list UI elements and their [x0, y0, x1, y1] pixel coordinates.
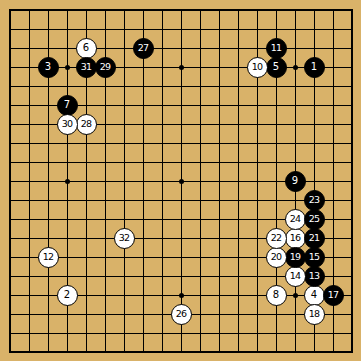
stone-white-26[interactable]: 26 [171, 304, 192, 325]
stone-black-7[interactable]: 7 [57, 95, 78, 116]
stone-black-3[interactable]: 3 [38, 57, 59, 78]
stone-white-16[interactable]: 16 [285, 228, 306, 249]
stone-white-4[interactable]: 4 [304, 285, 325, 306]
stone-black-17[interactable]: 17 [323, 285, 344, 306]
stone-white-8[interactable]: 8 [266, 285, 287, 306]
stone-black-23[interactable]: 23 [304, 190, 325, 211]
go-diagram: 1234567891011121314151617181920212223242… [0, 0, 361, 361]
stone-black-13[interactable]: 13 [304, 266, 325, 287]
stone-black-25[interactable]: 25 [304, 209, 325, 230]
stone-black-21[interactable]: 21 [304, 228, 325, 249]
stone-white-30[interactable]: 30 [57, 114, 78, 135]
stone-white-24[interactable]: 24 [285, 209, 306, 230]
stone-black-27[interactable]: 27 [133, 38, 154, 59]
stone-white-14[interactable]: 14 [285, 266, 306, 287]
stones-grid: 1234567891011121314151617181920212223242… [1, 1, 361, 361]
stone-white-2[interactable]: 2 [57, 285, 78, 306]
stone-black-9[interactable]: 9 [285, 171, 306, 192]
stone-white-6[interactable]: 6 [76, 38, 97, 59]
stone-black-31[interactable]: 31 [76, 57, 97, 78]
stone-black-19[interactable]: 19 [285, 247, 306, 268]
stone-black-5[interactable]: 5 [266, 57, 287, 78]
stone-white-20[interactable]: 20 [266, 247, 287, 268]
stone-white-32[interactable]: 32 [114, 228, 135, 249]
stone-white-28[interactable]: 28 [76, 114, 97, 135]
stone-white-10[interactable]: 10 [247, 57, 268, 78]
stone-black-11[interactable]: 11 [266, 38, 287, 59]
stone-black-15[interactable]: 15 [304, 247, 325, 268]
stone-black-1[interactable]: 1 [304, 57, 325, 78]
stone-white-12[interactable]: 12 [38, 247, 59, 268]
stone-white-22[interactable]: 22 [266, 228, 287, 249]
stone-white-18[interactable]: 18 [304, 304, 325, 325]
go-board[interactable]: 1234567891011121314151617181920212223242… [0, 0, 361, 361]
stone-black-29[interactable]: 29 [95, 57, 116, 78]
